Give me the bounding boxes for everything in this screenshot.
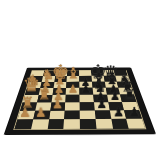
square-h1 [126, 119, 145, 129]
square-c2 [49, 110, 65, 119]
square-c3: ♟ [50, 102, 65, 110]
square-b1 [31, 119, 49, 129]
square-e2 [80, 110, 96, 119]
square-h2: ♟ [124, 110, 142, 119]
square-f5: ♞ [92, 88, 106, 95]
square-f2 [95, 110, 111, 119]
square-b4: ♜ [37, 95, 52, 103]
square-h4: ♜ [120, 95, 136, 102]
square-b2: ♟ [33, 110, 50, 119]
square-e3 [80, 102, 95, 110]
board-frame: ♞♚♝♚♛♞♟♝♟♝♝♞♛♟♟♟♟♞♟♜♜♟♟♟♜♜♟♟♟♟♟♟ [5, 68, 155, 135]
square-a2: ♟ [17, 111, 35, 120]
square-h3 [122, 102, 139, 110]
square-f1 [95, 119, 112, 129]
square-e1 [80, 119, 96, 129]
square-d4 [65, 95, 79, 102]
square-c1 [47, 119, 64, 129]
square-f3: ♟ [94, 102, 110, 110]
square-d2 [64, 110, 80, 119]
square-e4 [79, 95, 93, 102]
square-g3 [108, 102, 124, 110]
square-c5: ♟ [52, 88, 66, 95]
square-c4: ♟ [51, 95, 66, 103]
chess-set-photo: ♞♚♝♚♛♞♟♝♟♝♝♞♛♟♟♟♟♞♟♜♜♟♟♟♜♜♟♟♟♟♟♟ [5, 68, 155, 135]
square-b3 [35, 102, 51, 110]
square-f4: ♟ [93, 95, 108, 102]
square-a1 [14, 119, 33, 129]
square-g1 [111, 119, 129, 129]
chess-board: ♞♚♝♚♛♞♟♝♟♝♝♞♛♟♟♟♟♞♟♜♜♟♟♟♜♜♟♟♟♟♟♟ [13, 70, 146, 130]
square-d1 [64, 119, 80, 129]
square-d3 [65, 102, 80, 110]
